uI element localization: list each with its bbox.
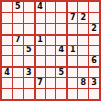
cell-r8c5[interactable]	[46, 78, 56, 88]
cell-r5c9[interactable]	[89, 46, 99, 56]
cell-r5c8[interactable]	[78, 46, 88, 56]
cell-r9c2[interactable]	[13, 89, 23, 99]
cell-r8c9-given: 3	[89, 78, 99, 88]
cell-r6c2[interactable]	[13, 56, 23, 66]
cell-r1c7[interactable]	[67, 2, 77, 12]
cell-r5c4[interactable]	[35, 46, 45, 56]
cell-r7c4[interactable]	[35, 67, 45, 77]
cell-r6c8[interactable]	[78, 56, 88, 66]
cell-r8c1[interactable]	[2, 78, 12, 88]
cell-r9c9-given	[89, 89, 99, 99]
cell-r4c7[interactable]	[67, 35, 77, 45]
cell-r7c1-given: 4	[2, 67, 12, 77]
cell-r6c6[interactable]	[56, 56, 66, 66]
cell-r4c8[interactable]	[78, 35, 88, 45]
cell-r3c6[interactable]	[56, 24, 66, 34]
cell-r3c9-given: 2	[89, 24, 99, 34]
cell-r9c5[interactable]	[46, 89, 56, 99]
cell-r1c3[interactable]	[24, 2, 34, 12]
cell-r6c1[interactable]	[2, 56, 12, 66]
cell-r6c5[interactable]	[46, 56, 56, 66]
cell-r5c7-given: 1	[67, 46, 77, 56]
cell-r5c3-given: 5	[24, 46, 34, 56]
cell-r1c1[interactable]	[2, 2, 12, 12]
cell-r2c1[interactable]	[2, 13, 12, 23]
cell-r4c5[interactable]	[46, 35, 56, 45]
cell-r7c6-given: 5	[56, 67, 66, 77]
cell-r7c7[interactable]	[67, 67, 77, 77]
cell-r4c4-given: 1	[35, 35, 45, 45]
cell-r5c5[interactable]	[46, 46, 56, 56]
cell-r8c3[interactable]	[24, 78, 34, 88]
cell-r2c6[interactable]	[56, 13, 66, 23]
cell-r2c5[interactable]	[46, 13, 56, 23]
cell-r6c4[interactable]	[35, 56, 45, 66]
cell-r1c2-given: 5	[13, 2, 23, 12]
cell-r2c9[interactable]	[89, 13, 99, 23]
cell-r6c9-given: 6	[89, 56, 99, 66]
cell-r3c2[interactable]	[13, 24, 23, 34]
cell-r7c9[interactable]	[89, 67, 99, 77]
cell-r8c6[interactable]	[56, 78, 66, 88]
cell-r3c7[interactable]	[67, 24, 77, 34]
cell-r3c3[interactable]	[24, 24, 34, 34]
cell-r4c1[interactable]	[2, 35, 12, 45]
cell-r1c9[interactable]	[89, 2, 99, 12]
cell-r3c4[interactable]	[35, 24, 45, 34]
cell-r2c3[interactable]	[24, 13, 34, 23]
cell-r8c7[interactable]	[67, 78, 77, 88]
cell-r7c2[interactable]	[13, 67, 23, 77]
cell-r2c7-given: 7	[67, 13, 77, 23]
cell-r6c3[interactable]	[24, 56, 34, 66]
cell-r7c8[interactable]	[78, 67, 88, 77]
cell-r8c2[interactable]	[13, 78, 23, 88]
sudoku-board: 54722715416435783	[0, 0, 101, 101]
cell-r8c4-given: 7	[35, 78, 45, 88]
cell-r9c4[interactable]	[35, 89, 45, 99]
cell-r3c8[interactable]	[78, 24, 88, 34]
cell-r7c5[interactable]	[46, 67, 56, 77]
cell-r4c6[interactable]	[56, 35, 66, 45]
cell-r9c7[interactable]	[67, 89, 77, 99]
cell-r1c6[interactable]	[56, 2, 66, 12]
cell-r2c2[interactable]	[13, 13, 23, 23]
cell-r1c5[interactable]	[46, 2, 56, 12]
cell-r5c6-given: 4	[56, 46, 66, 56]
cell-r2c4[interactable]	[35, 13, 45, 23]
cell-r9c6[interactable]	[56, 89, 66, 99]
cell-r9c3[interactable]	[24, 89, 34, 99]
cell-r6c7[interactable]	[67, 56, 77, 66]
cell-r1c4-given: 4	[35, 2, 45, 12]
cell-r4c9[interactable]	[89, 35, 99, 45]
cell-r9c8[interactable]	[78, 89, 88, 99]
cell-r7c3-given: 3	[24, 67, 34, 77]
cell-r9c1[interactable]	[2, 89, 12, 99]
cell-r5c1[interactable]	[2, 46, 12, 56]
cell-r5c2[interactable]	[13, 46, 23, 56]
cell-r1c8[interactable]	[78, 2, 88, 12]
cell-r4c2-given: 7	[13, 35, 23, 45]
cell-r3c5[interactable]	[46, 24, 56, 34]
cell-r8c8-given: 8	[78, 78, 88, 88]
cell-r4c3[interactable]	[24, 35, 34, 45]
cell-r3c1[interactable]	[2, 24, 12, 34]
cell-r2c8-given: 2	[78, 13, 88, 23]
